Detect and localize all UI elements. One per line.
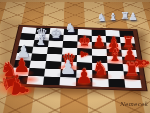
captured-white-pawn[interactable]: ♟ xyxy=(129,12,138,22)
captured-red-pawn[interactable]: ♟ xyxy=(7,78,32,101)
square-f1[interactable] xyxy=(92,78,109,87)
captured-white-knight[interactable]: ♞ xyxy=(97,13,106,23)
piece-red-bishop-g4[interactable]: ♝ xyxy=(107,47,122,63)
fallen-red-pawn[interactable]: ♟ xyxy=(79,49,89,58)
square-g1[interactable] xyxy=(108,79,125,88)
piece-red-rook-h2[interactable]: ♜ xyxy=(124,61,141,80)
piece-red-king-e6[interactable]: ♚ xyxy=(78,34,91,48)
piece-white-knight-d8[interactable]: ♞ xyxy=(65,22,76,34)
piece-white-bishop-b6[interactable]: ♝ xyxy=(35,33,48,47)
square-c1[interactable] xyxy=(43,76,60,85)
captured-white-bishop[interactable]: ♝ xyxy=(109,12,118,22)
artist-signature: Nemecek xyxy=(120,101,148,107)
piece-red-pawn-e1[interactable]: ♟ xyxy=(75,67,93,87)
piece-white-pawn-d2[interactable]: ♟ xyxy=(60,59,77,77)
piece-white-king-c7[interactable]: ♚ xyxy=(50,28,62,41)
square-d1[interactable] xyxy=(59,77,76,86)
piece-red-pawn-f6[interactable]: ♟ xyxy=(93,35,106,49)
piece-red-knight-f2[interactable]: ♞ xyxy=(92,60,109,79)
scene: ♞♛♚♝♟♟♚♟♟♜♟♝♟♛♞♜♟♟♞♝♜♟♞♟♜♟♝ Nemecek xyxy=(0,0,150,113)
square-h1[interactable] xyxy=(124,79,141,88)
